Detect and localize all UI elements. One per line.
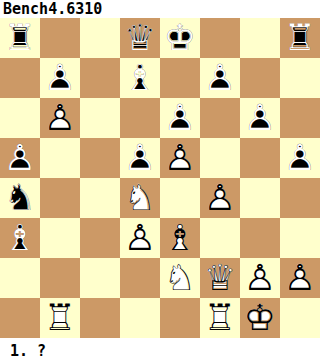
white-bishop-outline: ♗	[160, 218, 200, 258]
square-b4[interactable]	[40, 178, 80, 218]
square-f6[interactable]	[200, 98, 240, 138]
square-h5[interactable]: ♟♙	[280, 138, 320, 178]
black-pawn-outline: ♙	[0, 138, 40, 178]
black-queen[interactable]: ♛♕	[120, 18, 160, 58]
square-f1[interactable]: ♜♖	[200, 298, 240, 338]
square-e1[interactable]	[160, 298, 200, 338]
white-bishop[interactable]: ♝♗	[160, 218, 200, 258]
white-rook-outline: ♖	[40, 298, 80, 338]
square-d6[interactable]	[120, 98, 160, 138]
square-c5[interactable]	[80, 138, 120, 178]
black-pawn[interactable]: ♟♙	[200, 58, 240, 98]
page-title: Bench4.6310	[0, 0, 320, 18]
white-queen[interactable]: ♛♕	[200, 258, 240, 298]
square-b3[interactable]	[40, 218, 80, 258]
square-g2[interactable]: ♟♙	[240, 258, 280, 298]
white-pawn-outline: ♙	[120, 218, 160, 258]
square-f4[interactable]: ♟♙	[200, 178, 240, 218]
black-bishop[interactable]: ♝♗	[0, 218, 40, 258]
square-h8[interactable]: ♜♖	[280, 18, 320, 58]
white-pawn[interactable]: ♟♙	[160, 138, 200, 178]
black-rook-outline: ♖	[280, 18, 320, 58]
square-g5[interactable]	[240, 138, 280, 178]
square-g4[interactable]	[240, 178, 280, 218]
white-pawn[interactable]: ♟♙	[200, 178, 240, 218]
square-e3[interactable]: ♝♗	[160, 218, 200, 258]
white-pawn-outline: ♙	[200, 178, 240, 218]
chess-board: ♜♖♛♕♚♔♜♖♟♙♝♗♟♙♟♙♟♙♟♙♟♙♟♙♟♙♟♙♞♘♞♘♟♙♝♗♟♙♝♗…	[0, 18, 320, 338]
square-a8[interactable]: ♜♖	[0, 18, 40, 58]
square-d5[interactable]: ♟♙	[120, 138, 160, 178]
square-g8[interactable]	[240, 18, 280, 58]
black-pawn[interactable]: ♟♙	[240, 98, 280, 138]
square-a4[interactable]: ♞♘	[0, 178, 40, 218]
square-c6[interactable]	[80, 98, 120, 138]
square-d1[interactable]	[120, 298, 160, 338]
black-pawn-outline: ♙	[40, 58, 80, 98]
black-pawn[interactable]: ♟♙	[0, 138, 40, 178]
black-pawn[interactable]: ♟♙	[160, 98, 200, 138]
black-pawn[interactable]: ♟♙	[40, 58, 80, 98]
white-knight[interactable]: ♞♘	[160, 258, 200, 298]
square-d3[interactable]: ♟♙	[120, 218, 160, 258]
white-pawn[interactable]: ♟♙	[120, 218, 160, 258]
square-b8[interactable]	[40, 18, 80, 58]
chess-app-window: Bench4.6310 ♜♖♛♕♚♔♜♖♟♙♝♗♟♙♟♙♟♙♟♙♟♙♟♙♟♙♟♙…	[0, 0, 320, 360]
square-h1[interactable]	[280, 298, 320, 338]
white-pawn-outline: ♙	[160, 138, 200, 178]
black-pawn[interactable]: ♟♙	[120, 138, 160, 178]
square-h3[interactable]	[280, 218, 320, 258]
square-c1[interactable]	[80, 298, 120, 338]
white-king[interactable]: ♚♔	[240, 298, 280, 338]
square-e8[interactable]: ♚♔	[160, 18, 200, 58]
black-bishop[interactable]: ♝♗	[120, 58, 160, 98]
square-h4[interactable]	[280, 178, 320, 218]
square-b1[interactable]: ♜♖	[40, 298, 80, 338]
square-f5[interactable]	[200, 138, 240, 178]
black-pawn-outline: ♙	[280, 138, 320, 178]
black-pawn-outline: ♙	[200, 58, 240, 98]
square-e5[interactable]: ♟♙	[160, 138, 200, 178]
black-king-outline: ♔	[160, 18, 200, 58]
square-d2[interactable]	[120, 258, 160, 298]
square-g1[interactable]: ♚♔	[240, 298, 280, 338]
white-pawn-outline: ♙	[240, 258, 280, 298]
square-b2[interactable]	[40, 258, 80, 298]
black-king[interactable]: ♚♔	[160, 18, 200, 58]
square-f8[interactable]	[200, 18, 240, 58]
black-queen-outline: ♕	[120, 18, 160, 58]
square-g3[interactable]	[240, 218, 280, 258]
square-b6[interactable]: ♟♙	[40, 98, 80, 138]
white-pawn-outline: ♙	[280, 258, 320, 298]
square-a5[interactable]: ♟♙	[0, 138, 40, 178]
square-h2[interactable]: ♟♙	[280, 258, 320, 298]
white-knight[interactable]: ♞♘	[120, 178, 160, 218]
square-d8[interactable]: ♛♕	[120, 18, 160, 58]
square-b7[interactable]: ♟♙	[40, 58, 80, 98]
square-c7[interactable]	[80, 58, 120, 98]
square-a2[interactable]	[0, 258, 40, 298]
square-a6[interactable]	[0, 98, 40, 138]
square-g7[interactable]	[240, 58, 280, 98]
square-c3[interactable]	[80, 218, 120, 258]
white-knight-outline: ♘	[160, 258, 200, 298]
square-g6[interactable]: ♟♙	[240, 98, 280, 138]
square-b5[interactable]	[40, 138, 80, 178]
black-rook-outline: ♖	[0, 18, 40, 58]
black-pawn-outline: ♙	[120, 138, 160, 178]
square-a1[interactable]	[0, 298, 40, 338]
square-e6[interactable]: ♟♙	[160, 98, 200, 138]
white-pawn[interactable]: ♟♙	[280, 258, 320, 298]
square-d7[interactable]: ♝♗	[120, 58, 160, 98]
move-prompt: 1. ?	[0, 338, 320, 360]
square-e2[interactable]: ♞♘	[160, 258, 200, 298]
square-a7[interactable]	[0, 58, 40, 98]
black-bishop-outline: ♗	[0, 218, 40, 258]
white-knight-outline: ♘	[120, 178, 160, 218]
black-rook[interactable]: ♜♖	[280, 18, 320, 58]
white-rook[interactable]: ♜♖	[40, 298, 80, 338]
white-pawn[interactable]: ♟♙	[240, 258, 280, 298]
square-f2[interactable]: ♛♕	[200, 258, 240, 298]
square-c2[interactable]	[80, 258, 120, 298]
black-bishop-outline: ♗	[120, 58, 160, 98]
square-e7[interactable]	[160, 58, 200, 98]
white-pawn-outline: ♙	[40, 98, 80, 138]
black-knight[interactable]: ♞♘	[0, 178, 40, 218]
white-king-outline: ♔	[240, 298, 280, 338]
square-c4[interactable]	[80, 178, 120, 218]
white-rook[interactable]: ♜♖	[200, 298, 240, 338]
square-h7[interactable]	[280, 58, 320, 98]
black-knight-outline: ♘	[0, 178, 40, 218]
white-rook-outline: ♖	[200, 298, 240, 338]
black-rook[interactable]: ♜♖	[0, 18, 40, 58]
square-h6[interactable]	[280, 98, 320, 138]
black-pawn-outline: ♙	[160, 98, 200, 138]
white-pawn[interactable]: ♟♙	[40, 98, 80, 138]
square-f3[interactable]	[200, 218, 240, 258]
black-pawn[interactable]: ♟♙	[280, 138, 320, 178]
square-d4[interactable]: ♞♘	[120, 178, 160, 218]
black-pawn-outline: ♙	[240, 98, 280, 138]
square-c8[interactable]	[80, 18, 120, 58]
square-f7[interactable]: ♟♙	[200, 58, 240, 98]
square-e4[interactable]	[160, 178, 200, 218]
white-queen-outline: ♕	[200, 258, 240, 298]
square-a3[interactable]: ♝♗	[0, 218, 40, 258]
